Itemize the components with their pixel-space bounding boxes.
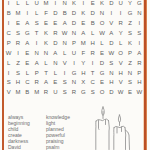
grid-cell: N <box>51 58 60 68</box>
grid-cell: N <box>97 8 106 18</box>
grid-cell: N <box>135 8 144 18</box>
grid-cell: X <box>79 78 88 88</box>
grid-cell: L <box>32 8 41 18</box>
grid-cell: G <box>69 68 78 78</box>
grid-cell: E <box>51 78 60 88</box>
grid-cell: C <box>23 78 32 88</box>
grid-cell: A <box>32 58 41 68</box>
grid-cell: K <box>41 28 50 38</box>
grid-cell: S <box>107 58 116 68</box>
grid-cell: E <box>79 18 88 28</box>
grid-cell: T <box>88 68 97 78</box>
grid-cell: S <box>60 78 69 88</box>
grid-cell: Y <box>79 58 88 68</box>
grid-cell: I <box>79 0 88 8</box>
grid-cell: S <box>125 28 134 38</box>
grid-cell: S <box>4 78 13 88</box>
grid-cell: Y <box>116 28 125 38</box>
grid-cell: D <box>107 0 116 8</box>
grid-cell: L <box>41 58 50 68</box>
grid-cell: R <box>69 87 78 97</box>
grid-cell: B <box>60 8 69 18</box>
grid-cell: L <box>23 0 32 8</box>
grid-cell: V <box>4 87 13 97</box>
candle-flame-icon <box>118 115 120 123</box>
grid-cell: F <box>41 8 50 18</box>
grid-cell: S <box>135 28 144 38</box>
grid-cell: O <box>97 87 106 97</box>
grid-cell: N <box>69 78 78 88</box>
grid-cell: P <box>4 38 13 48</box>
grid-cell: D <box>51 8 60 18</box>
grid-cell: N <box>69 28 78 38</box>
word-list: alwaysbeginningchildcreatedarknessDavid … <box>8 114 92 150</box>
grid-cell: M <box>13 8 22 18</box>
grid-cell: P <box>32 68 41 78</box>
grid-cell: D <box>69 8 78 18</box>
grid-cell: D <box>97 58 106 68</box>
grid-cell: I <box>13 48 22 58</box>
grid-cell: Z <box>13 58 22 68</box>
grid-cell: E <box>51 18 60 28</box>
grid-cell: E <box>13 18 22 28</box>
grid-cell: W <box>4 48 13 58</box>
grid-cell: D <box>88 8 97 18</box>
grid-cell: L <box>13 0 22 8</box>
grid-cell: W <box>135 87 144 97</box>
grid-cell: R <box>116 18 125 28</box>
grid-cell: R <box>51 28 60 38</box>
grid-cell: I <box>4 68 13 78</box>
grid-cell: Y <box>125 0 134 8</box>
word-list-item: psalm <box>46 144 92 150</box>
grid-cell: N <box>60 0 69 8</box>
grid-cell: O <box>97 18 106 28</box>
candles-illustration <box>92 106 144 150</box>
grid-cell: S <box>13 28 22 38</box>
grid-cell: R <box>135 58 144 68</box>
grid-cell: H <box>116 68 125 78</box>
grid-cell: I <box>88 58 97 68</box>
grid-cell: A <box>51 48 60 58</box>
grid-cell: R <box>13 38 22 48</box>
grid-cell: K <box>79 8 88 18</box>
grid-cell: R <box>32 78 41 88</box>
grid-cell: G <box>79 87 88 97</box>
grid-cell: L <box>116 38 125 48</box>
grid-cell: V <box>107 18 116 28</box>
grid-cell: A <box>23 18 32 28</box>
grid-cell: K <box>69 0 78 8</box>
grid-cell: D <box>107 87 116 97</box>
grid-cell: D <box>51 38 60 48</box>
grid-cell: G <box>125 8 134 18</box>
grid-cell: V <box>116 58 125 68</box>
grid-cell: U <box>32 0 41 8</box>
grid-cell: I <box>69 58 78 68</box>
grid-cell: I <box>4 18 13 28</box>
grid-cell: A <box>60 18 69 28</box>
grid-cell: I <box>135 18 144 28</box>
grid-cell: W <box>60 28 69 38</box>
grid-cell: H <box>79 68 88 78</box>
grid-cell: D <box>69 18 78 28</box>
grid-cell: Z <box>125 58 134 68</box>
grid-cell: I <box>60 68 69 78</box>
grid-cell: B <box>23 87 32 97</box>
grid-cell: E <box>41 18 50 28</box>
grid-cell: R <box>41 87 50 97</box>
grid-cell: I <box>116 8 125 18</box>
grid-cell: W <box>116 87 125 97</box>
grid-cell: E <box>125 87 134 97</box>
grid-cell: L <box>88 28 97 38</box>
grid-cell: H <box>107 78 116 88</box>
grid-cell: D <box>107 38 116 48</box>
grid-cell: I <box>32 38 41 48</box>
grid-cell: C <box>88 78 97 88</box>
grid-cell: I <box>51 0 60 8</box>
grid-cell: S <box>60 87 69 97</box>
grid-cell: E <box>23 58 32 68</box>
grid-cell: B <box>88 18 97 28</box>
grid-cell: A <box>135 48 144 58</box>
grid-cell: L <box>97 38 106 48</box>
grid-cell: M <box>32 87 41 97</box>
grid-cell: P <box>69 38 78 48</box>
grid-cell: G <box>97 68 106 78</box>
grid-cell: N <box>60 38 69 48</box>
grid-cell: N <box>107 68 116 78</box>
grid-cell: P <box>135 68 144 78</box>
grid-cell: W <box>107 48 116 58</box>
grid-cell: L <box>51 68 60 78</box>
grid-cell: I <box>23 8 32 18</box>
grid-cell: N <box>32 48 41 58</box>
grid-cell: O <box>116 48 125 58</box>
grid-cell: E <box>97 48 106 58</box>
grid-cell: Z <box>125 18 134 28</box>
grid-cell: I <box>4 0 13 8</box>
grid-cell: H <box>135 78 144 88</box>
grid-cell: L <box>23 68 32 78</box>
grid-cell: V <box>116 78 125 88</box>
grid-cell: M <box>41 0 50 8</box>
grid-cell: A <box>107 28 116 38</box>
grid-cell: E <box>23 48 32 58</box>
grid-cell: U <box>69 48 78 58</box>
word-search-page: ILLUMINKIEKDUYGBMILFDBDKDNIIGNIEASEEADEB… <box>0 0 150 150</box>
grid-cell: W <box>97 28 106 38</box>
grid-cell: P <box>125 48 134 58</box>
grid-cell: S <box>32 18 41 28</box>
grid-cell: A <box>79 28 88 38</box>
grid-cell: S <box>88 87 97 97</box>
word-search-grid: ILLUMINKIEKDUYGBMILFDBDKDNIIGNIEASEEADEB… <box>4 0 144 97</box>
grid-cell: U <box>116 0 125 8</box>
grid-cell: K <box>125 38 134 48</box>
grid-cell: F <box>79 48 88 58</box>
word-list-column-2: knowledgelightplannedpowerfulpraisingpsa… <box>46 114 92 150</box>
grid-cell: L <box>4 58 13 68</box>
grid-cell: S <box>125 78 134 88</box>
grid-cell: E <box>97 78 106 88</box>
grid-cell: H <box>88 38 97 48</box>
grid-cell: L <box>60 48 69 58</box>
grid-cell: G <box>135 0 144 8</box>
grid-cell: R <box>88 48 97 58</box>
grid-cell: N <box>41 48 50 58</box>
grid-cell: A <box>41 78 50 88</box>
grid-cell: V <box>60 58 69 68</box>
word-list-column-1: alwaysbeginningchildcreatedarknessDavid <box>8 114 46 150</box>
grid-cell: K <box>41 38 50 48</box>
grid-cell: K <box>97 0 106 8</box>
grid-cell: S <box>13 68 22 78</box>
grid-cell: M <box>13 87 22 97</box>
grid-cell: I <box>135 38 144 48</box>
grid-cell: G <box>23 28 32 38</box>
grid-cell: M <box>79 38 88 48</box>
grid-cell: B <box>4 8 13 18</box>
grid-cell: T <box>41 68 50 78</box>
grid-cell: A <box>23 38 32 48</box>
grid-cell: U <box>51 87 60 97</box>
grid-cell: E <box>88 0 97 8</box>
grid-cell: C <box>4 28 13 38</box>
grid-cell: I <box>107 8 116 18</box>
grid-cell: N <box>125 68 134 78</box>
grid-cell: H <box>13 78 22 88</box>
word-list-item: David <box>8 144 46 150</box>
grid-cell: T <box>32 28 41 38</box>
